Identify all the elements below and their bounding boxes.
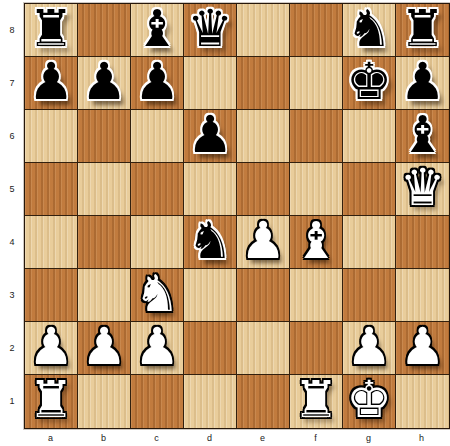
rank-label-5: 5 [0, 162, 24, 215]
square-a2[interactable]: ♟ [25, 322, 78, 375]
piece-black-rook[interactable]: ♜ [400, 2, 446, 55]
file-label-c: c [130, 433, 183, 443]
square-a6[interactable] [25, 110, 78, 163]
board-layout: 87654321 ♜♝♛♞♜♟♟♟♚♟♟♝♛♞♟♝♞♟♟♟♟♟♜♜♚ abcde… [0, 0, 450, 446]
square-d5[interactable] [184, 163, 237, 216]
square-e3[interactable] [237, 269, 290, 322]
corner-spacer [0, 430, 24, 446]
file-label-h: h [395, 433, 448, 443]
square-b5[interactable] [78, 163, 131, 216]
board-wrap: ♜♝♛♞♜♟♟♟♚♟♟♝♛♞♟♝♞♟♟♟♟♟♜♜♚ [24, 0, 450, 430]
rank-label-8: 8 [0, 3, 24, 56]
piece-white-pawn[interactable]: ♟ [346, 320, 392, 373]
square-g8[interactable]: ♞ [343, 4, 396, 57]
square-h2[interactable]: ♟ [396, 322, 449, 375]
square-d4[interactable]: ♞ [184, 216, 237, 269]
chess-board: ♜♝♛♞♜♟♟♟♚♟♟♝♛♞♟♝♞♟♟♟♟♟♜♜♚ [24, 3, 450, 429]
square-e6[interactable] [237, 110, 290, 163]
square-a4[interactable] [25, 216, 78, 269]
square-b4[interactable] [78, 216, 131, 269]
piece-black-bishop[interactable]: ♝ [400, 108, 446, 161]
square-h1[interactable] [396, 375, 449, 428]
square-b1[interactable] [78, 375, 131, 428]
rank-label-1: 1 [0, 374, 24, 427]
piece-black-pawn[interactable]: ♟ [28, 55, 74, 108]
square-d2[interactable] [184, 322, 237, 375]
square-e4[interactable]: ♟ [237, 216, 290, 269]
file-label-f: f [289, 433, 342, 443]
square-f7[interactable] [290, 57, 343, 110]
piece-white-pawn[interactable]: ♟ [81, 320, 127, 373]
square-h8[interactable]: ♜ [396, 4, 449, 57]
square-b2[interactable]: ♟ [78, 322, 131, 375]
piece-black-knight[interactable]: ♞ [346, 2, 392, 55]
square-b7[interactable]: ♟ [78, 57, 131, 110]
piece-black-king[interactable]: ♚ [346, 55, 392, 108]
file-label-d: d [183, 433, 236, 443]
square-a7[interactable]: ♟ [25, 57, 78, 110]
square-g3[interactable] [343, 269, 396, 322]
square-g6[interactable] [343, 110, 396, 163]
piece-white-rook[interactable]: ♜ [28, 373, 74, 426]
rank-label-gutter: 87654321 [0, 0, 24, 430]
square-h3[interactable] [396, 269, 449, 322]
square-f1[interactable]: ♜ [290, 375, 343, 428]
piece-white-king[interactable]: ♚ [346, 373, 392, 426]
square-f6[interactable] [290, 110, 343, 163]
square-b6[interactable] [78, 110, 131, 163]
rank-label-3: 3 [0, 268, 24, 321]
chess-board-widget: 87654321 ♜♝♛♞♜♟♟♟♚♟♟♝♛♞♟♝♞♟♟♟♟♟♜♜♚ abcde… [0, 0, 450, 446]
square-c3[interactable]: ♞ [131, 269, 184, 322]
square-d6[interactable]: ♟ [184, 110, 237, 163]
rank-label-7: 7 [0, 56, 24, 109]
file-label-e: e [236, 433, 289, 443]
square-g7[interactable]: ♚ [343, 57, 396, 110]
rank-label-6: 6 [0, 109, 24, 162]
square-c8[interactable]: ♝ [131, 4, 184, 57]
square-f2[interactable] [290, 322, 343, 375]
square-h6[interactable]: ♝ [396, 110, 449, 163]
file-label-b: b [77, 433, 130, 443]
square-b8[interactable] [78, 4, 131, 57]
square-g2[interactable]: ♟ [343, 322, 396, 375]
square-e8[interactable] [237, 4, 290, 57]
file-label-a: a [24, 433, 77, 443]
square-c4[interactable] [131, 216, 184, 269]
piece-black-bishop[interactable]: ♝ [134, 2, 180, 55]
piece-black-rook[interactable]: ♜ [28, 2, 74, 55]
square-d8[interactable]: ♛ [184, 4, 237, 57]
square-c7[interactable]: ♟ [131, 57, 184, 110]
rank-label-4: 4 [0, 215, 24, 268]
square-a5[interactable] [25, 163, 78, 216]
square-a3[interactable] [25, 269, 78, 322]
square-b3[interactable] [78, 269, 131, 322]
file-label-strip: abcdefgh [24, 430, 450, 446]
square-c6[interactable] [131, 110, 184, 163]
square-h5[interactable]: ♛ [396, 163, 449, 216]
piece-white-pawn[interactable]: ♟ [134, 320, 180, 373]
piece-white-queen[interactable]: ♛ [400, 161, 446, 214]
rank-label-2: 2 [0, 321, 24, 374]
piece-white-knight[interactable]: ♞ [134, 267, 180, 320]
square-a1[interactable]: ♜ [25, 375, 78, 428]
piece-black-pawn[interactable]: ♟ [81, 55, 127, 108]
square-e1[interactable] [237, 375, 290, 428]
square-c1[interactable] [131, 375, 184, 428]
square-e7[interactable] [237, 57, 290, 110]
square-e2[interactable] [237, 322, 290, 375]
square-f8[interactable] [290, 4, 343, 57]
square-g5[interactable] [343, 163, 396, 216]
piece-black-pawn[interactable]: ♟ [134, 55, 180, 108]
square-f3[interactable] [290, 269, 343, 322]
piece-black-pawn[interactable]: ♟ [187, 108, 233, 161]
square-h7[interactable]: ♟ [396, 57, 449, 110]
piece-black-queen[interactable]: ♛ [187, 2, 233, 55]
square-f5[interactable] [290, 163, 343, 216]
square-e5[interactable] [237, 163, 290, 216]
square-c2[interactable]: ♟ [131, 322, 184, 375]
square-d1[interactable] [184, 375, 237, 428]
square-g1[interactable]: ♚ [343, 375, 396, 428]
file-label-g: g [342, 433, 395, 443]
square-c5[interactable] [131, 163, 184, 216]
piece-black-pawn[interactable]: ♟ [400, 55, 446, 108]
piece-black-knight[interactable]: ♞ [187, 214, 233, 267]
piece-white-pawn[interactable]: ♟ [28, 320, 74, 373]
square-a8[interactable]: ♜ [25, 4, 78, 57]
piece-white-pawn[interactable]: ♟ [400, 320, 446, 373]
square-h4[interactable] [396, 216, 449, 269]
square-f4[interactable]: ♝ [290, 216, 343, 269]
square-g4[interactable] [343, 216, 396, 269]
piece-white-rook[interactable]: ♜ [293, 373, 339, 426]
square-d3[interactable] [184, 269, 237, 322]
piece-white-bishop[interactable]: ♝ [293, 214, 339, 267]
square-d7[interactable] [184, 57, 237, 110]
piece-white-pawn[interactable]: ♟ [240, 214, 286, 267]
